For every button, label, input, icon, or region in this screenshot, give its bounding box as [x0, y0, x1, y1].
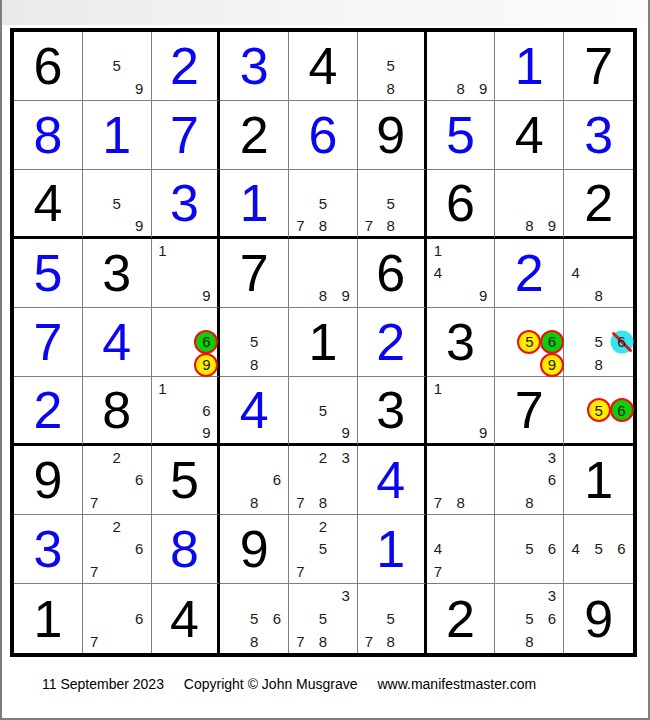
- pencil-marks: 48: [564, 239, 633, 307]
- cell-r5c6[interactable]: 2: [358, 308, 427, 377]
- cell-r5c2[interactable]: 4: [83, 308, 152, 377]
- candidate-8: 8: [587, 353, 610, 376]
- solved-digit: 1: [220, 170, 288, 236]
- cell-r9c4[interactable]: 568: [220, 584, 289, 653]
- cell-r1c3[interactable]: 2: [152, 32, 221, 101]
- candidate-2: 2: [105, 515, 128, 538]
- pencil-marks: 267: [83, 446, 151, 514]
- cell-r2c1[interactable]: 8: [14, 101, 83, 170]
- candidate-9: 9: [128, 77, 151, 100]
- footer: 11 September 2023 Copyright © John Musgr…: [42, 676, 552, 692]
- candidate-5: 5: [380, 192, 402, 214]
- given-digit: 1: [564, 446, 633, 514]
- cell-r4c2[interactable]: 3: [83, 239, 152, 308]
- cell-r2c6[interactable]: 9: [358, 101, 427, 170]
- given-digit: 5: [152, 446, 218, 514]
- candidate-7: 7: [289, 491, 312, 514]
- candidate-7: 7: [289, 214, 312, 236]
- cell-r7c2[interactable]: 267: [83, 446, 152, 515]
- candidate-4: 4: [427, 538, 450, 561]
- pencil-marks: 67: [83, 584, 151, 653]
- candidate-8: 8: [518, 491, 541, 514]
- solved-digit: 2: [358, 308, 424, 376]
- candidate-8: 8: [518, 214, 541, 236]
- candidate-6: 6: [610, 331, 633, 354]
- cell-r8c6[interactable]: 1: [358, 515, 427, 584]
- cell-r2c5[interactable]: 6: [289, 101, 358, 170]
- cell-r4c3[interactable]: 19: [152, 239, 221, 308]
- pencil-marks: 569: [495, 308, 563, 376]
- given-digit: 4: [152, 584, 218, 653]
- given-digit: 7: [220, 239, 288, 307]
- candidate-8: 8: [380, 77, 402, 100]
- cell-r8c7[interactable]: 47: [427, 515, 496, 584]
- cell-r8c8[interactable]: 56: [495, 515, 564, 584]
- given-digit: 3: [427, 308, 495, 376]
- candidate-5: 5: [312, 607, 335, 630]
- pencil-marks: 89: [289, 239, 357, 307]
- cell-r5c4[interactable]: 58: [220, 308, 289, 377]
- candidate-6: 6: [610, 538, 633, 561]
- candidate-5: 5: [518, 607, 541, 630]
- cell-r7c6[interactable]: 4: [358, 446, 427, 515]
- solved-digit: 4: [358, 446, 424, 514]
- cell-r3c1[interactable]: 4: [14, 170, 83, 239]
- cell-r4c5[interactable]: 89: [289, 239, 358, 308]
- candidate-7: 7: [358, 214, 380, 236]
- given-digit: 9: [220, 515, 288, 583]
- pencil-marks: 568: [220, 584, 288, 653]
- cell-r7c9[interactable]: 1: [564, 446, 633, 515]
- candidate-5: 5: [380, 55, 402, 78]
- candidate-8: 8: [243, 491, 266, 514]
- candidate-6: 6: [541, 331, 564, 354]
- pencil-marks: 59: [289, 377, 357, 443]
- cell-r7c4[interactable]: 68: [220, 446, 289, 515]
- solved-digit: 3: [220, 32, 288, 100]
- cell-r2c3[interactable]: 7: [152, 101, 221, 170]
- candidate-5: 5: [312, 192, 335, 214]
- solved-digit: 2: [495, 239, 563, 307]
- solved-digit: 5: [427, 101, 495, 169]
- cell-r3c4[interactable]: 1: [220, 170, 289, 239]
- solved-digit: 1: [495, 32, 563, 100]
- cell-r6c1[interactable]: 2: [14, 377, 83, 446]
- cell-r8c1[interactable]: 3: [14, 515, 83, 584]
- candidate-8: 8: [380, 214, 402, 236]
- candidate-9: 9: [334, 421, 357, 443]
- cell-r1c4[interactable]: 3: [220, 32, 289, 101]
- candidate-6: 6: [541, 607, 564, 630]
- given-digit: 1: [289, 308, 357, 376]
- cell-r9c9[interactable]: 9: [564, 584, 633, 653]
- cell-r2c2[interactable]: 1: [83, 101, 152, 170]
- candidate-4: 4: [564, 262, 587, 285]
- solved-digit: 3: [14, 515, 82, 583]
- cell-r1c5[interactable]: 4: [289, 32, 358, 101]
- candidate-8: 8: [449, 491, 472, 514]
- solved-digit: 6: [289, 101, 357, 169]
- pencil-marks: 568: [564, 308, 633, 376]
- pencil-marks: 456: [564, 515, 633, 583]
- candidate-3: 3: [541, 584, 564, 607]
- pencil-marks: 69: [152, 308, 218, 376]
- candidate-9: 9: [128, 214, 151, 236]
- pencil-marks: 578: [358, 584, 424, 653]
- pencil-marks: 2378: [289, 446, 357, 514]
- given-digit: 9: [564, 584, 633, 653]
- pencil-marks: 578: [358, 170, 424, 236]
- candidate-9: 9: [195, 284, 217, 307]
- cell-r1c2[interactable]: 59: [83, 32, 152, 101]
- cell-r2c7[interactable]: 5: [427, 101, 496, 170]
- candidate-1: 1: [427, 239, 450, 262]
- given-digit: 9: [358, 101, 424, 169]
- cell-r7c5[interactable]: 2378: [289, 446, 358, 515]
- candidate-6: 6: [266, 607, 289, 630]
- pencil-marks: 3568: [495, 584, 563, 653]
- solved-digit: 1: [358, 515, 424, 583]
- cell-r3c7[interactable]: 6: [427, 170, 496, 239]
- given-digit: 7: [564, 32, 633, 100]
- candidate-5: 5: [105, 192, 128, 214]
- cell-r6c6[interactable]: 3: [358, 377, 427, 446]
- given-digit: 7: [495, 377, 563, 443]
- candidate-9: 9: [195, 353, 217, 376]
- given-digit: 3: [358, 377, 424, 443]
- pencil-marks: 267: [83, 515, 151, 583]
- candidate-5: 5: [312, 399, 335, 421]
- cell-r5c5[interactable]: 1: [289, 308, 358, 377]
- candidate-9: 9: [472, 421, 495, 443]
- pencil-marks: 59: [83, 32, 151, 100]
- pencil-marks: 58: [358, 32, 424, 100]
- pencil-marks: 19: [427, 377, 495, 443]
- pencil-marks: 89: [495, 170, 563, 236]
- pencil-marks: 3578: [289, 584, 357, 653]
- pencil-marks: 68: [220, 446, 288, 514]
- candidate-9: 9: [541, 214, 564, 236]
- pencil-marks: 58: [220, 308, 288, 376]
- cell-r7c8[interactable]: 368: [495, 446, 564, 515]
- solved-digit: 1: [83, 101, 151, 169]
- candidate-9: 9: [334, 284, 357, 307]
- candidate-5: 5: [587, 399, 610, 421]
- pencil-marks: 257: [289, 515, 357, 583]
- cell-r7c7[interactable]: 78: [427, 446, 496, 515]
- candidate-7: 7: [289, 630, 312, 653]
- pencil-marks: 56: [564, 377, 633, 443]
- given-digit: 4: [495, 101, 563, 169]
- cell-r7c1[interactable]: 9: [14, 446, 83, 515]
- pencil-marks: 169: [152, 377, 218, 443]
- candidate-8: 8: [518, 630, 541, 653]
- given-digit: 6: [358, 239, 424, 307]
- cell-r9c5[interactable]: 3578: [289, 584, 358, 653]
- candidate-9: 9: [472, 284, 495, 307]
- cell-r5c7[interactable]: 3: [427, 308, 496, 377]
- candidate-5: 5: [518, 331, 541, 354]
- solved-digit: 2: [152, 32, 218, 100]
- candidate-3: 3: [541, 446, 564, 469]
- pencil-marks: 578: [289, 170, 357, 236]
- solved-digit: 8: [152, 515, 218, 583]
- candidate-9: 9: [541, 353, 564, 376]
- candidate-3: 3: [334, 446, 357, 469]
- candidate-7: 7: [427, 560, 450, 583]
- candidate-2: 2: [312, 515, 335, 538]
- candidate-5: 5: [380, 607, 402, 630]
- cell-r3c3[interactable]: 3: [152, 170, 221, 239]
- cell-r5c9[interactable]: 568: [564, 308, 633, 377]
- pencil-marks: 19: [152, 239, 218, 307]
- candidate-7: 7: [83, 491, 106, 514]
- solved-digit: 4: [220, 377, 288, 443]
- cell-r4c6[interactable]: 6: [358, 239, 427, 308]
- given-digit: 6: [14, 32, 82, 100]
- cell-r6c2[interactable]: 8: [83, 377, 152, 446]
- given-digit: 9: [14, 446, 82, 514]
- cell-r8c4[interactable]: 9: [220, 515, 289, 584]
- solved-digit: 7: [14, 308, 82, 376]
- cell-r9c2[interactable]: 67: [83, 584, 152, 653]
- candidate-5: 5: [518, 538, 541, 561]
- candidate-8: 8: [312, 284, 335, 307]
- candidate-7: 7: [427, 491, 450, 514]
- given-digit: 2: [220, 101, 288, 169]
- cell-r4c7[interactable]: 149: [427, 239, 496, 308]
- cell-r3c5[interactable]: 578: [289, 170, 358, 239]
- candidate-5: 5: [587, 331, 610, 354]
- cell-r3c6[interactable]: 578: [358, 170, 427, 239]
- candidate-8: 8: [587, 284, 610, 307]
- cell-r8c3[interactable]: 8: [152, 515, 221, 584]
- given-digit: 6: [427, 170, 495, 236]
- candidate-1: 1: [152, 377, 174, 399]
- candidate-1: 1: [152, 239, 174, 262]
- solved-digit: 2: [14, 377, 82, 443]
- candidate-7: 7: [358, 630, 380, 653]
- cell-r1c9[interactable]: 7: [564, 32, 633, 101]
- cell-r9c1[interactable]: 1: [14, 584, 83, 653]
- candidate-4: 4: [564, 538, 587, 561]
- candidate-8: 8: [312, 630, 335, 653]
- cell-r9c6[interactable]: 578: [358, 584, 427, 653]
- candidate-5: 5: [243, 607, 266, 630]
- cell-r2c9[interactable]: 3: [564, 101, 633, 170]
- candidate-5: 5: [105, 55, 128, 78]
- cell-r6c9[interactable]: 56: [564, 377, 633, 446]
- candidate-2: 2: [105, 446, 128, 469]
- titlebar: [2, 0, 648, 25]
- candidate-4: 4: [427, 262, 450, 285]
- candidate-8: 8: [243, 353, 266, 376]
- cell-r2c8[interactable]: 4: [495, 101, 564, 170]
- candidate-7: 7: [83, 560, 106, 583]
- cell-r1c7[interactable]: 89: [427, 32, 496, 101]
- cell-r7c3[interactable]: 5: [152, 446, 221, 515]
- cell-r4c1[interactable]: 5: [14, 239, 83, 308]
- cell-r5c3[interactable]: 69: [152, 308, 221, 377]
- cell-r1c1[interactable]: 6: [14, 32, 83, 101]
- candidate-6: 6: [610, 399, 633, 421]
- cell-r1c8[interactable]: 1: [495, 32, 564, 101]
- given-digit: 8: [83, 377, 151, 443]
- cell-r3c8[interactable]: 89: [495, 170, 564, 239]
- app-window: 6592345889178172695434593157857868925319…: [0, 0, 650, 720]
- cell-r4c8[interactable]: 2: [495, 239, 564, 308]
- candidate-5: 5: [312, 538, 335, 561]
- given-digit: 4: [289, 32, 357, 100]
- candidate-5: 5: [243, 331, 266, 354]
- candidate-6: 6: [195, 331, 217, 354]
- candidate-1: 1: [427, 377, 450, 399]
- solved-digit: 4: [83, 308, 151, 376]
- candidate-5: 5: [587, 538, 610, 561]
- cell-r8c5[interactable]: 257: [289, 515, 358, 584]
- cell-r2c4[interactable]: 2: [220, 101, 289, 170]
- cell-r6c3[interactable]: 169: [152, 377, 221, 446]
- given-digit: 4: [14, 170, 82, 236]
- cell-r6c5[interactable]: 59: [289, 377, 358, 446]
- candidate-6: 6: [541, 469, 564, 492]
- candidate-6: 6: [195, 399, 217, 421]
- pencil-marks: 89: [427, 32, 495, 100]
- pencil-marks: 149: [427, 239, 495, 307]
- candidate-7: 7: [289, 560, 312, 583]
- cell-r6c4[interactable]: 4: [220, 377, 289, 446]
- solved-digit: 5: [14, 239, 82, 307]
- candidate-8: 8: [449, 77, 472, 100]
- cell-r6c7[interactable]: 19: [427, 377, 496, 446]
- candidate-7: 7: [83, 630, 106, 653]
- candidate-9: 9: [195, 421, 217, 443]
- candidate-8: 8: [380, 630, 402, 653]
- solved-digit: 3: [152, 170, 218, 236]
- cell-r8c9[interactable]: 456: [564, 515, 633, 584]
- cell-r1c6[interactable]: 58: [358, 32, 427, 101]
- pencil-marks: 368: [495, 446, 563, 514]
- pencil-marks: 78: [427, 446, 495, 514]
- cell-r5c8[interactable]: 569: [495, 308, 564, 377]
- candidate-9: 9: [472, 77, 495, 100]
- candidate-3: 3: [334, 584, 357, 607]
- solved-digit: 3: [564, 101, 633, 169]
- given-digit: 2: [427, 584, 495, 653]
- cell-r9c3[interactable]: 4: [152, 584, 221, 653]
- cell-r9c8[interactable]: 3568: [495, 584, 564, 653]
- cell-r3c2[interactable]: 59: [83, 170, 152, 239]
- given-digit: 2: [564, 170, 633, 236]
- cell-r4c4[interactable]: 7: [220, 239, 289, 308]
- candidate-6: 6: [541, 538, 564, 561]
- cell-r3c9[interactable]: 2: [564, 170, 633, 239]
- pencil-marks: 59: [83, 170, 151, 236]
- candidate-8: 8: [243, 630, 266, 653]
- candidate-8: 8: [312, 491, 335, 514]
- pencil-marks: 47: [427, 515, 495, 583]
- candidate-6: 6: [128, 469, 151, 492]
- pencil-marks: 56: [495, 515, 563, 583]
- solved-digit: 7: [152, 101, 218, 169]
- solved-digit: 8: [14, 101, 82, 169]
- footer-website: www.manifestmaster.com: [377, 676, 536, 692]
- cell-r5c1[interactable]: 7: [14, 308, 83, 377]
- cell-r6c8[interactable]: 7: [495, 377, 564, 446]
- footer-copyright: Copyright © John Musgrave: [184, 676, 358, 692]
- candidate-2: 2: [312, 446, 335, 469]
- footer-date: 11 September 2023: [42, 676, 164, 692]
- candidate-6: 6: [128, 538, 151, 561]
- candidate-6: 6: [128, 607, 151, 630]
- sudoku-board: 6592345889178172695434593157857868925319…: [10, 28, 637, 657]
- cell-r9c7[interactable]: 2: [427, 584, 496, 653]
- candidate-6: 6: [266, 469, 289, 492]
- cell-r8c2[interactable]: 267: [83, 515, 152, 584]
- given-digit: 1: [14, 584, 82, 653]
- cell-r4c9[interactable]: 48: [564, 239, 633, 308]
- given-digit: 3: [83, 239, 151, 307]
- candidate-8: 8: [312, 214, 335, 236]
